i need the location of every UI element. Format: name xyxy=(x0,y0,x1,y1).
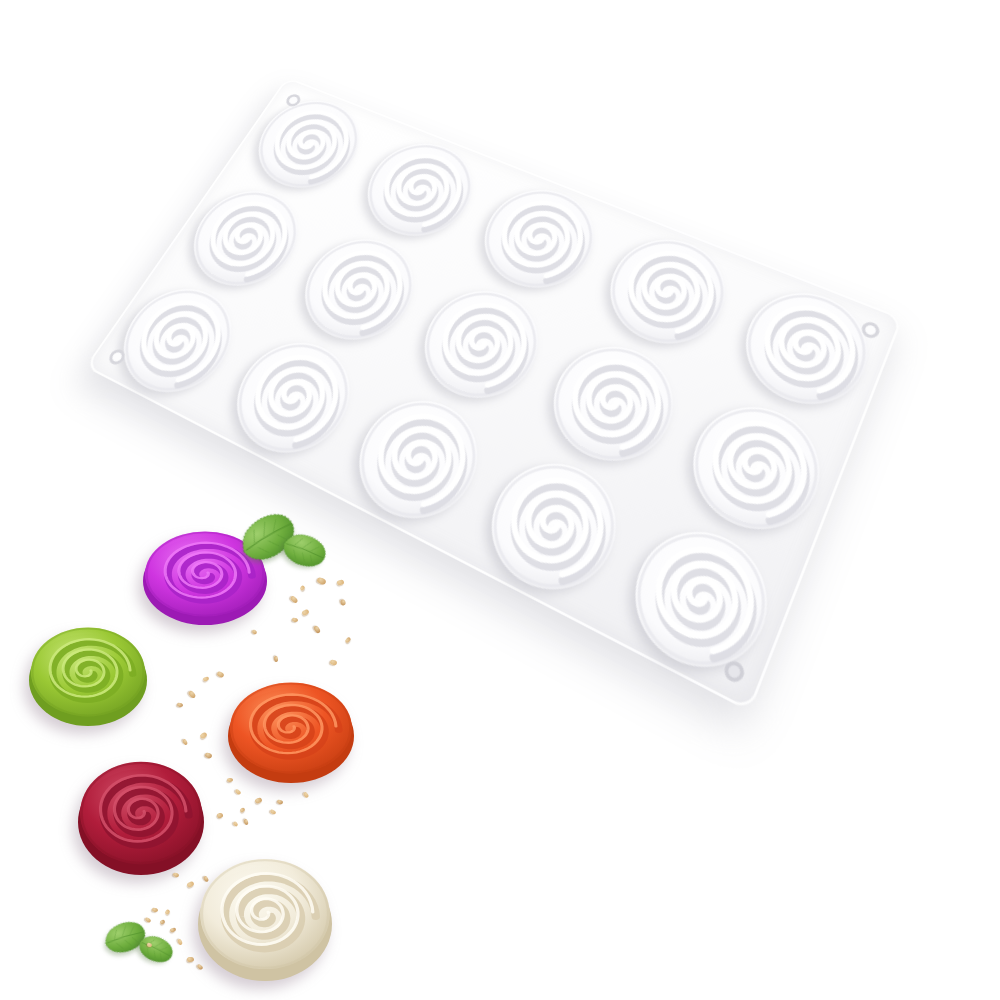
mold-cavity xyxy=(214,325,372,474)
product-photo-scene xyxy=(0,0,1000,1000)
nut-crumb xyxy=(202,676,209,682)
nut-crumb xyxy=(152,908,159,913)
nut-crumb xyxy=(227,778,234,783)
nut-crumb xyxy=(187,690,196,699)
nut-crumb xyxy=(336,579,344,586)
nut-crumb xyxy=(269,809,276,815)
candy-spiral-graphic xyxy=(29,626,147,718)
nut-crumb xyxy=(316,577,327,586)
nut-crumb xyxy=(313,625,322,634)
candy-disc-green xyxy=(29,626,147,718)
candy-disc-orange xyxy=(228,681,354,775)
nut-crumb xyxy=(292,618,299,623)
candy-spiral-graphic xyxy=(78,760,204,866)
candy-disc-dark-red xyxy=(78,760,204,866)
candy-spiral-graphic xyxy=(228,681,354,775)
mold-cavity xyxy=(336,381,500,541)
nut-crumb xyxy=(303,791,310,798)
nut-crumb xyxy=(274,656,279,663)
nut-crumb xyxy=(300,585,306,591)
cavity-spiral-graphic xyxy=(336,381,500,541)
candy-face xyxy=(228,681,354,775)
nut-crumb xyxy=(344,636,351,643)
nut-crumb xyxy=(159,919,165,925)
nut-crumb xyxy=(182,738,188,745)
candy-face xyxy=(198,857,332,971)
nut-crumb xyxy=(251,629,257,635)
mold-cavity xyxy=(172,176,319,304)
nut-crumb xyxy=(277,799,284,804)
nut-crumb xyxy=(164,909,170,915)
nut-crumb xyxy=(216,671,224,678)
nut-crumb xyxy=(177,703,184,708)
nut-crumb xyxy=(169,927,176,933)
nut-crumb xyxy=(186,881,195,889)
candy-disc-cream xyxy=(198,857,332,971)
nut-crumb xyxy=(234,789,241,796)
nut-crumb xyxy=(340,599,347,606)
mold-cavity xyxy=(238,87,378,204)
mold-cavity xyxy=(101,272,254,412)
nut-crumb xyxy=(172,872,179,878)
nut-crumb xyxy=(243,818,249,825)
candy-face xyxy=(78,760,204,866)
nut-crumb xyxy=(144,917,151,923)
nut-crumb xyxy=(232,821,238,827)
nut-crumb xyxy=(301,609,310,617)
nut-crumb xyxy=(204,752,212,759)
nut-crumb xyxy=(216,812,223,818)
candy-spiral-graphic xyxy=(198,857,332,971)
cavity-spiral-graphic xyxy=(172,176,319,304)
nut-crumb xyxy=(177,938,183,945)
nut-crumb xyxy=(289,595,298,604)
nut-crumb xyxy=(254,797,262,804)
cavity-spiral-graphic xyxy=(214,325,372,474)
cavity-spiral-graphic xyxy=(101,272,254,412)
candy-face xyxy=(29,626,147,718)
nut-crumb xyxy=(199,731,208,739)
nut-crumb xyxy=(239,807,245,813)
cavity-spiral-graphic xyxy=(238,87,378,204)
nut-crumb xyxy=(187,956,195,962)
nut-crumb xyxy=(329,659,337,666)
